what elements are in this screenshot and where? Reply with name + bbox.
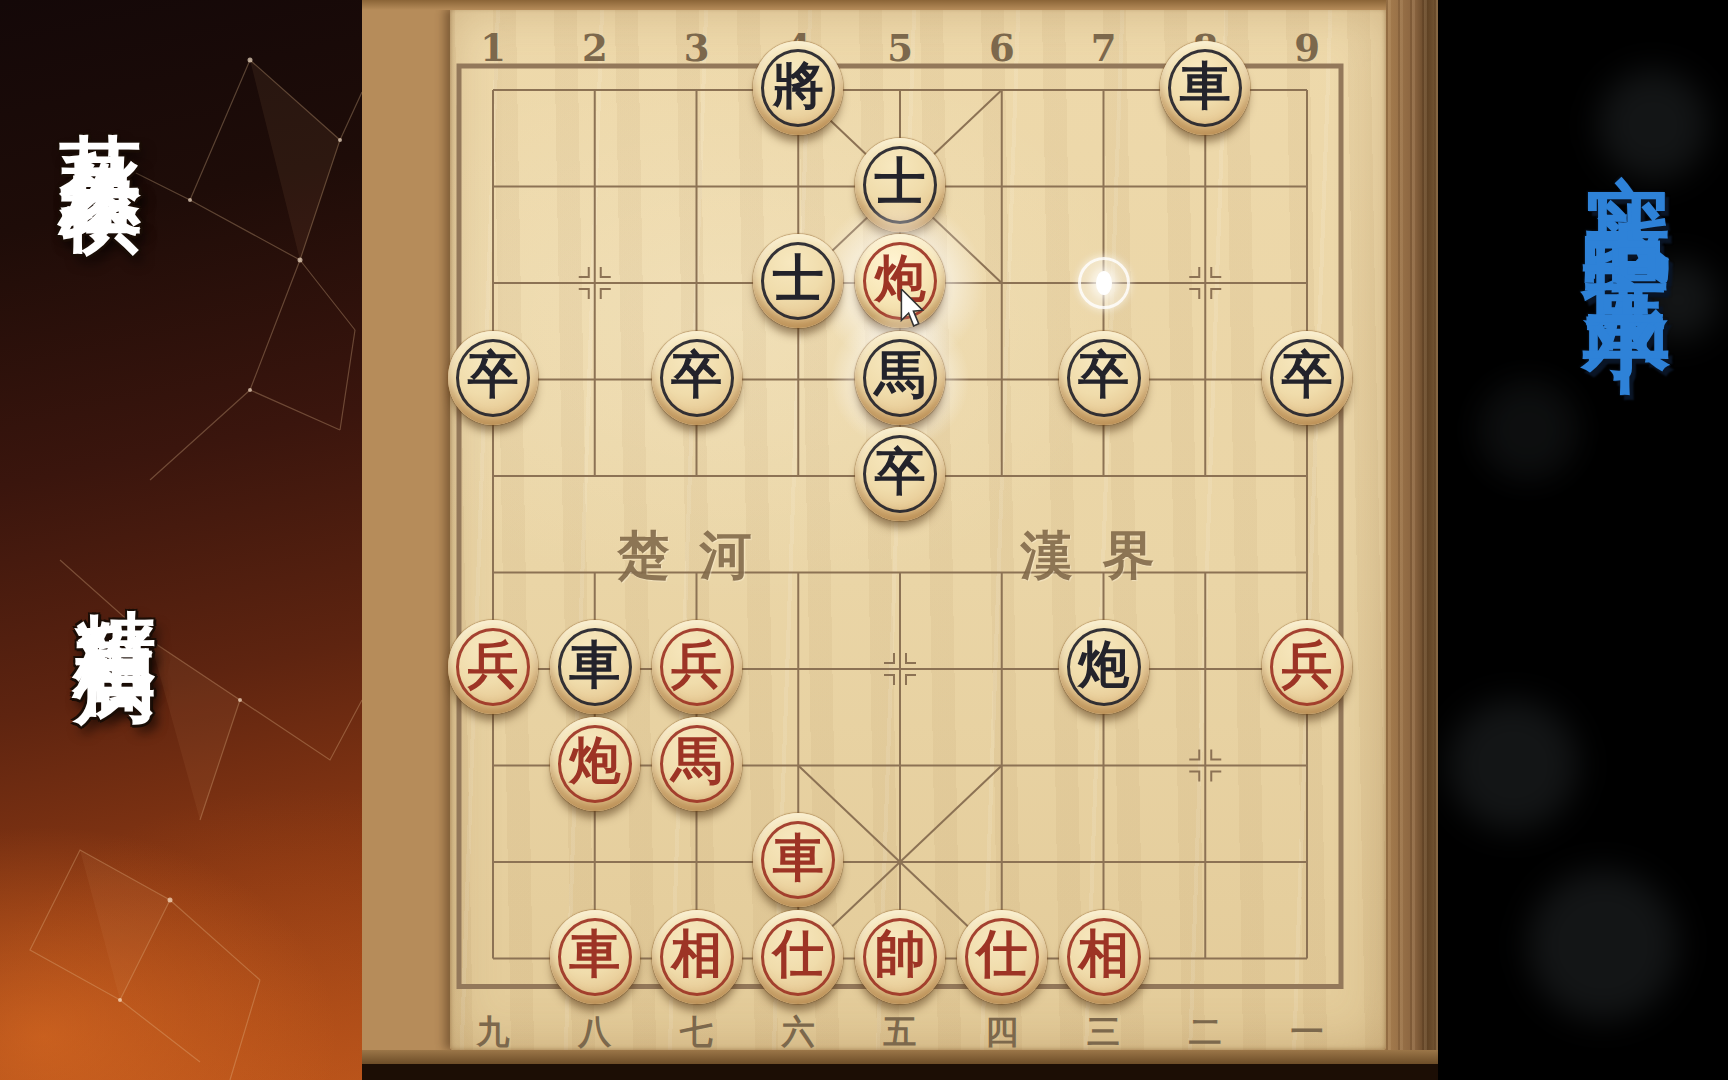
piece-glyph: 炮 <box>855 234 945 322</box>
bokeh-light <box>1528 870 1678 1020</box>
plexus-mesh-decoration <box>0 0 362 1080</box>
piece-glyph: 車 <box>550 620 640 708</box>
piece-black-卒[interactable]: 卒 <box>1059 331 1149 425</box>
piece-red-相[interactable]: 相 <box>652 910 742 1004</box>
piece-red-帥[interactable]: 帥 <box>855 910 945 1004</box>
piece-glyph: 車 <box>550 910 640 998</box>
left-art-panel: 莫愁象棋 精彩棋局 <box>0 0 362 1080</box>
piece-glyph: 車 <box>753 813 843 901</box>
piece-red-兵[interactable]: 兵 <box>448 620 538 714</box>
piece-glyph: 車 <box>1160 41 1250 129</box>
piece-glyph: 馬 <box>652 717 742 805</box>
marker-glint-icon <box>1096 271 1112 295</box>
piece-black-卒[interactable]: 卒 <box>652 331 742 425</box>
piece-glyph: 帥 <box>855 910 945 998</box>
piece-glyph: 仕 <box>957 910 1047 998</box>
piece-red-相[interactable]: 相 <box>1059 910 1149 1004</box>
bokeh-light <box>1638 260 1718 340</box>
river-text-chu-he: 楚河 <box>603 521 782 591</box>
bokeh-light <box>1448 700 1578 830</box>
piece-glyph: 士 <box>855 138 945 226</box>
file-label-bottom-9: 一 <box>1291 1010 1324 1055</box>
piece-black-卒[interactable]: 卒 <box>1262 331 1352 425</box>
piece-red-兵[interactable]: 兵 <box>1262 620 1352 714</box>
piece-glyph: 馬 <box>855 331 945 419</box>
bokeh-light <box>1478 380 1578 480</box>
file-label-top-7: 7 <box>1091 26 1117 70</box>
screenshot-stage: 莫愁象棋 精彩棋局 123456789 九八七六五四三二一 楚河 漢界 將 車 … <box>0 0 1728 1080</box>
piece-black-炮[interactable]: 炮 <box>1059 620 1149 714</box>
file-label-bottom-5: 五 <box>884 1010 917 1055</box>
piece-glyph: 卒 <box>652 331 742 419</box>
piece-glyph: 仕 <box>753 910 843 998</box>
piece-red-兵[interactable]: 兵 <box>652 620 742 714</box>
piece-red-仕[interactable]: 仕 <box>957 910 1047 1004</box>
xiangqi-board: 123456789 九八七六五四三二一 楚河 漢界 將 車 士 士 炮 <box>362 0 1438 1080</box>
piece-glyph: 士 <box>753 234 843 322</box>
piece-red-車[interactable]: 車 <box>550 910 640 1004</box>
piece-red-馬[interactable]: 馬 <box>652 717 742 811</box>
piece-black-卒[interactable]: 卒 <box>448 331 538 425</box>
piece-black-車[interactable]: 車 <box>550 620 640 714</box>
river-text-han-jie: 漢界 <box>1006 521 1185 591</box>
piece-black-士[interactable]: 士 <box>855 138 945 232</box>
file-label-bottom-2: 八 <box>578 1010 611 1055</box>
piece-red-炮[interactable]: 炮 <box>550 717 640 811</box>
move-target-marker <box>1078 257 1130 309</box>
piece-glyph: 將 <box>753 41 843 129</box>
piece-glyph: 卒 <box>1059 331 1149 419</box>
piece-glyph: 炮 <box>1059 620 1149 708</box>
file-label-bottom-7: 三 <box>1087 1010 1120 1055</box>
file-label-bottom-6: 四 <box>985 1010 1018 1055</box>
file-label-bottom-1: 九 <box>477 1010 510 1055</box>
file-label-bottom-8: 二 <box>1189 1010 1222 1055</box>
piece-black-士[interactable]: 士 <box>753 234 843 328</box>
piece-glyph: 卒 <box>1262 331 1352 419</box>
piece-glyph: 兵 <box>652 620 742 708</box>
piece-glyph: 兵 <box>448 620 538 708</box>
file-label-top-9: 9 <box>1294 26 1320 70</box>
right-title: 实战中提高水平 <box>1584 102 1672 270</box>
piece-black-將[interactable]: 將 <box>753 41 843 135</box>
file-label-top-6: 6 <box>989 26 1015 70</box>
file-label-top-2: 2 <box>582 26 608 70</box>
file-label-top-1: 1 <box>480 26 506 70</box>
left-title-line2: 精彩棋局 <box>74 543 156 599</box>
piece-red-仕[interactable]: 仕 <box>753 910 843 1004</box>
left-title-line1: 莫愁象棋 <box>60 66 142 122</box>
piece-black-卒[interactable]: 卒 <box>855 427 945 521</box>
file-label-bottom-3: 七 <box>680 1010 713 1055</box>
piece-glyph: 卒 <box>855 427 945 515</box>
piece-glyph: 卒 <box>448 331 538 419</box>
piece-black-馬[interactable]: 馬 <box>855 331 945 425</box>
file-label-top-5: 5 <box>887 26 913 70</box>
right-art-panel: 实战中提高水平 <box>1438 0 1728 1080</box>
file-label-bottom-4: 六 <box>782 1010 815 1055</box>
piece-red-車[interactable]: 車 <box>753 813 843 907</box>
piece-red-炮[interactable]: 炮 <box>855 234 945 328</box>
piece-glyph: 相 <box>652 910 742 998</box>
piece-glyph: 相 <box>1059 910 1149 998</box>
piece-black-車[interactable]: 車 <box>1160 41 1250 135</box>
file-label-top-3: 3 <box>684 26 710 70</box>
piece-glyph: 兵 <box>1262 620 1352 708</box>
piece-glyph: 炮 <box>550 717 640 805</box>
